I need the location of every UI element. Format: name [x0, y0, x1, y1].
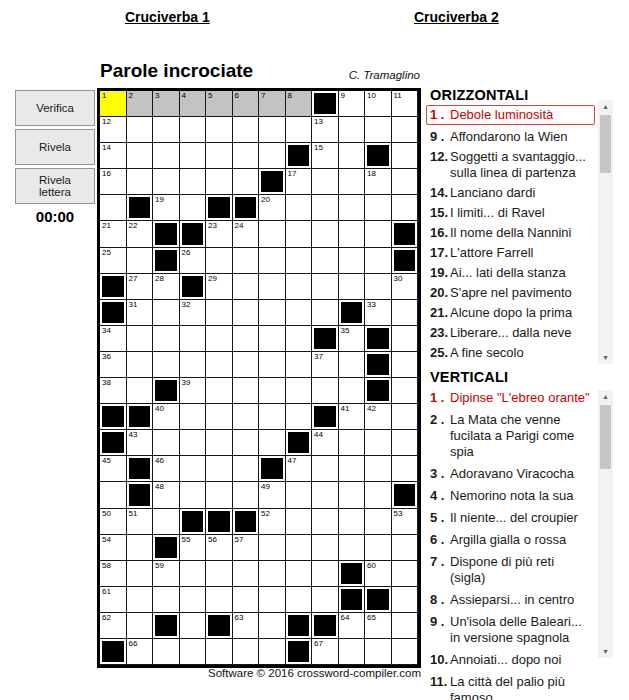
grid-cell[interactable] — [259, 587, 286, 613]
grid-cell[interactable] — [127, 587, 154, 613]
grid-cell[interactable] — [259, 404, 286, 430]
grid-cell[interactable]: 19 — [153, 195, 180, 221]
grid-cell[interactable] — [180, 143, 207, 169]
grid-cell[interactable] — [286, 482, 313, 508]
grid-cell[interactable] — [127, 352, 154, 378]
grid-cell[interactable]: 59 — [153, 561, 180, 587]
grid-cell[interactable] — [259, 143, 286, 169]
grid-cell[interactable] — [312, 378, 339, 404]
scroll-down-icon[interactable]: ▼ — [602, 645, 609, 658]
grid-cell[interactable] — [233, 117, 260, 143]
grid-cell[interactable] — [365, 430, 392, 456]
grid-cell[interactable] — [365, 117, 392, 143]
grid-cell[interactable]: 30 — [392, 274, 419, 300]
grid-cell[interactable]: 62 — [100, 613, 127, 639]
grid-cell[interactable]: 31 — [127, 300, 154, 326]
grid-cell[interactable]: 8 — [286, 91, 313, 117]
link-cruciverba-1[interactable]: Cruciverba 1 — [125, 9, 210, 25]
grid-cell[interactable]: 18 — [365, 169, 392, 195]
clue-text: L'attore Farrell — [450, 245, 592, 261]
grid-cell[interactable] — [286, 221, 313, 247]
grid-cell[interactable]: 11 — [392, 91, 419, 117]
grid-cell[interactable] — [339, 248, 366, 274]
grid-cell[interactable]: 41 — [339, 404, 366, 430]
grid-cell[interactable] — [233, 169, 260, 195]
grid-cell[interactable]: 29 — [206, 274, 233, 300]
grid-cell[interactable] — [339, 143, 366, 169]
grid-cell[interactable]: 56 — [206, 535, 233, 561]
across-scrollbar[interactable]: ▲ ▼ — [598, 100, 613, 364]
grid-cell[interactable]: 50 — [100, 509, 127, 535]
grid-cell[interactable] — [233, 274, 260, 300]
grid-cell[interactable] — [259, 613, 286, 639]
grid-cell[interactable] — [180, 352, 207, 378]
grid-cell[interactable] — [233, 326, 260, 352]
grid-cell[interactable]: 65 — [365, 613, 392, 639]
grid-cell[interactable] — [339, 352, 366, 378]
grid-cell[interactable] — [233, 639, 260, 665]
cell-number: 16 — [102, 169, 111, 179]
grid-cell[interactable]: 21 — [100, 221, 127, 247]
grid-cell[interactable] — [365, 248, 392, 274]
grid-cell[interactable]: 32 — [180, 300, 207, 326]
grid-cell[interactable]: 9 — [339, 91, 366, 117]
grid-cell[interactable] — [180, 404, 207, 430]
grid-cell[interactable]: 28 — [153, 274, 180, 300]
grid-cell[interactable] — [365, 221, 392, 247]
cell-number: 46 — [155, 456, 164, 466]
grid-cell[interactable] — [180, 456, 207, 482]
grid-cell[interactable] — [259, 117, 286, 143]
black-cell — [286, 143, 313, 169]
grid-cell[interactable] — [392, 639, 419, 665]
grid-cell[interactable]: 54 — [100, 535, 127, 561]
grid-cell[interactable] — [286, 248, 313, 274]
clue-item[interactable]: 12.Soggetti a svantaggio... sulla linea … — [430, 149, 592, 181]
grid-cell[interactable] — [286, 535, 313, 561]
cell-number: 50 — [102, 509, 111, 519]
grid-cell[interactable] — [206, 248, 233, 274]
grid-cell[interactable]: 60 — [365, 561, 392, 587]
clue-number: 4 . — [430, 488, 450, 504]
grid-cell[interactable] — [153, 430, 180, 456]
grid-cell[interactable]: 5 — [206, 91, 233, 117]
grid-cell[interactable] — [233, 404, 260, 430]
grid-cell[interactable] — [233, 430, 260, 456]
grid-cell[interactable] — [100, 195, 127, 221]
clue-item[interactable]: 14.Lanciano dardi — [430, 185, 592, 201]
grid-cell[interactable]: 3 — [153, 91, 180, 117]
grid-cell[interactable]: 51 — [127, 509, 154, 535]
grid-cell[interactable] — [206, 169, 233, 195]
grid-cell[interactable] — [312, 300, 339, 326]
grid-cell[interactable] — [127, 143, 154, 169]
clue-item[interactable]: 20.S'apre nel pavimento — [430, 285, 592, 301]
grid-cell[interactable] — [286, 274, 313, 300]
clue-item[interactable]: 15.I limiti... di Ravel — [430, 205, 592, 221]
grid-cell[interactable] — [206, 143, 233, 169]
grid-cell[interactable]: 23 — [206, 221, 233, 247]
grid-cell[interactable] — [180, 639, 207, 665]
clue-item[interactable]: 10.Annoiati... dopo noi — [430, 652, 592, 668]
clue-number: 21. — [430, 305, 450, 321]
scrollbar-thumb[interactable] — [600, 115, 611, 173]
clue-number: 3 . — [430, 466, 450, 482]
clue-text: Il niente... del croupier — [450, 510, 592, 526]
grid-cell[interactable] — [339, 535, 366, 561]
grid-cell[interactable] — [339, 482, 366, 508]
grid-cell[interactable]: 40 — [153, 404, 180, 430]
clue-item[interactable]: 9 .Un'isola delle Baleari... in versione… — [430, 614, 592, 646]
grid-cell[interactable] — [339, 430, 366, 456]
grid-cell[interactable] — [392, 404, 419, 430]
timer: 00:00 — [15, 208, 95, 225]
clue-item[interactable]: 3 .Adoravano Viracocha — [430, 466, 592, 482]
grid-cell[interactable] — [153, 169, 180, 195]
link-cruciverba-2[interactable]: Cruciverba 2 — [414, 9, 499, 25]
grid-cell[interactable] — [259, 221, 286, 247]
grid-cell[interactable]: 2 — [127, 91, 154, 117]
black-cell — [339, 561, 366, 587]
grid-cell[interactable]: 24 — [233, 221, 260, 247]
grid-cell[interactable] — [180, 430, 207, 456]
grid-cell[interactable] — [339, 456, 366, 482]
black-cell — [392, 248, 419, 274]
grid-cell[interactable] — [286, 117, 313, 143]
grid-cell[interactable] — [312, 169, 339, 195]
grid-cell[interactable] — [286, 378, 313, 404]
grid-cell[interactable] — [286, 300, 313, 326]
grid-cell[interactable] — [206, 456, 233, 482]
black-cell — [286, 613, 313, 639]
black-cell — [100, 430, 127, 456]
grid-cell[interactable]: 25 — [100, 248, 127, 274]
grid-cell[interactable] — [365, 456, 392, 482]
grid-cell[interactable] — [365, 535, 392, 561]
grid-cell[interactable]: 49 — [259, 482, 286, 508]
grid-cell[interactable] — [286, 352, 313, 378]
grid-cell[interactable] — [312, 248, 339, 274]
grid-cell[interactable] — [392, 561, 419, 587]
clue-text: Ai... lati della stanza — [450, 265, 592, 281]
grid-cell[interactable]: 10 — [365, 91, 392, 117]
grid-cell[interactable]: 12 — [100, 117, 127, 143]
grid-cell[interactable] — [392, 195, 419, 221]
cell-number: 13 — [314, 117, 323, 127]
grid-cell[interactable]: 63 — [233, 613, 260, 639]
grid-cell[interactable] — [206, 482, 233, 508]
grid-cell[interactable] — [153, 326, 180, 352]
grid-cell[interactable] — [365, 482, 392, 508]
grid-cell[interactable] — [127, 378, 154, 404]
clue-item[interactable]: 5 .Il niente... del croupier — [430, 510, 592, 526]
grid-cell[interactable] — [286, 404, 313, 430]
grid-cell[interactable]: 57 — [233, 535, 260, 561]
grid-cell[interactable] — [206, 404, 233, 430]
grid-cell[interactable] — [312, 274, 339, 300]
grid-cell[interactable] — [312, 221, 339, 247]
black-cell — [206, 509, 233, 535]
grid-cell[interactable] — [392, 587, 419, 613]
grid-cell[interactable] — [392, 117, 419, 143]
grid-cell[interactable] — [153, 143, 180, 169]
grid-cell[interactable] — [233, 587, 260, 613]
scroll-up-icon[interactable]: ▲ — [602, 390, 609, 403]
grid-cell[interactable] — [180, 195, 207, 221]
grid-cell[interactable]: 38 — [100, 378, 127, 404]
scroll-up-icon[interactable]: ▲ — [602, 100, 609, 113]
grid-cell[interactable] — [233, 300, 260, 326]
grid-cell[interactable] — [233, 378, 260, 404]
scrollbar-thumb[interactable] — [600, 405, 611, 469]
grid-cell[interactable] — [286, 587, 313, 613]
grid-cell[interactable] — [206, 561, 233, 587]
reveal-letter-button[interactable]: Rivela lettera — [15, 168, 95, 204]
grid-cell[interactable] — [339, 509, 366, 535]
black-cell — [365, 378, 392, 404]
grid-cell[interactable] — [312, 195, 339, 221]
clue-number: 10. — [430, 652, 450, 668]
black-cell — [286, 430, 313, 456]
cell-number: 67 — [314, 639, 323, 649]
grid-cell[interactable] — [180, 169, 207, 195]
grid-cell[interactable] — [153, 587, 180, 613]
grid-cell[interactable]: 34 — [100, 326, 127, 352]
grid-cell[interactable] — [392, 326, 419, 352]
grid-cell[interactable] — [312, 482, 339, 508]
grid-cell[interactable] — [153, 509, 180, 535]
grid-cell[interactable] — [339, 169, 366, 195]
grid-cell[interactable] — [206, 117, 233, 143]
grid-cell[interactable] — [206, 352, 233, 378]
grid-cell[interactable] — [392, 456, 419, 482]
clue-text: Dispone di più reti (sigla) — [450, 554, 592, 586]
grid-cell[interactable] — [153, 117, 180, 143]
clue-item[interactable]: 1 .Debole luminosità — [426, 105, 595, 125]
grid-cell[interactable] — [259, 430, 286, 456]
grid-cell[interactable] — [233, 248, 260, 274]
grid-cell[interactable] — [259, 300, 286, 326]
grid-cell[interactable] — [180, 117, 207, 143]
clue-number: 16. — [430, 225, 450, 241]
grid-cell[interactable]: 4 — [180, 91, 207, 117]
grid-cell[interactable] — [259, 352, 286, 378]
clue-item[interactable]: 8 .Assieparsi... in centro — [430, 592, 592, 608]
grid-cell[interactable]: 42 — [365, 404, 392, 430]
verify-button[interactable]: Verifica — [15, 90, 95, 126]
clue-text: La città del palio più famoso — [450, 674, 592, 700]
grid-cell[interactable] — [259, 535, 286, 561]
grid-cell[interactable]: 36 — [100, 352, 127, 378]
clue-text: S'apre nel pavimento — [450, 285, 592, 301]
grid-cell[interactable] — [233, 482, 260, 508]
grid-cell[interactable]: 6 — [233, 91, 260, 117]
clue-item[interactable]: 21.Alcune dopo la prima — [430, 305, 592, 321]
grid-cell[interactable] — [127, 117, 154, 143]
grid-cell[interactable]: 15 — [312, 143, 339, 169]
grid-cell[interactable] — [153, 352, 180, 378]
grid-cell[interactable] — [206, 430, 233, 456]
grid-cell[interactable] — [286, 509, 313, 535]
cell-number: 35 — [341, 326, 350, 336]
grid-cell[interactable] — [180, 326, 207, 352]
grid-cell[interactable] — [365, 509, 392, 535]
down-scrollbar[interactable]: ▲ ▼ — [598, 390, 613, 658]
cell-number: 22 — [129, 221, 138, 231]
clue-number: 9 . — [430, 614, 450, 646]
grid-cell[interactable] — [233, 456, 260, 482]
clue-item[interactable]: 11.La città del palio più famoso — [430, 674, 592, 700]
clue-item[interactable]: 17.L'attore Farrell — [430, 245, 592, 261]
grid-cell[interactable]: 37 — [312, 352, 339, 378]
grid-cell[interactable] — [339, 378, 366, 404]
reveal-button[interactable]: Rivela — [15, 129, 95, 165]
cell-number: 19 — [155, 195, 164, 205]
grid-cell[interactable]: 48 — [153, 482, 180, 508]
grid-cell[interactable] — [339, 639, 366, 665]
grid-cell[interactable]: 67 — [312, 639, 339, 665]
clue-item[interactable]: 9 .Affondarono la Wien — [430, 129, 592, 145]
grid-cell[interactable] — [153, 300, 180, 326]
grid-cell[interactable] — [339, 221, 366, 247]
grid-cell[interactable]: 33 — [365, 300, 392, 326]
grid-cell[interactable]: 43 — [127, 430, 154, 456]
grid-cell[interactable] — [312, 561, 339, 587]
grid-cell[interactable]: 14 — [100, 143, 127, 169]
grid-cell[interactable] — [180, 613, 207, 639]
grid-cell[interactable] — [180, 482, 207, 508]
clue-item[interactable]: 19.Ai... lati della stanza — [430, 265, 592, 281]
grid-cell[interactable] — [392, 378, 419, 404]
black-cell — [312, 91, 339, 117]
grid-cell[interactable] — [392, 143, 419, 169]
grid-cell[interactable] — [259, 326, 286, 352]
cell-number: 59 — [155, 561, 164, 571]
grid-cell[interactable]: 53 — [392, 509, 419, 535]
grid-cell[interactable] — [206, 587, 233, 613]
grid-cell[interactable] — [153, 639, 180, 665]
clue-item[interactable]: 4 .Nemorino nota la sua — [430, 488, 592, 504]
grid-cell[interactable] — [127, 248, 154, 274]
grid-cell[interactable] — [206, 300, 233, 326]
cell-number: 42 — [367, 404, 376, 414]
grid-cell[interactable] — [286, 195, 313, 221]
cell-number: 30 — [394, 274, 403, 284]
grid-cell[interactable] — [259, 378, 286, 404]
grid-cell[interactable] — [206, 639, 233, 665]
grid-cell[interactable] — [312, 456, 339, 482]
grid-cell[interactable]: 13 — [312, 117, 339, 143]
grid-cell[interactable] — [127, 613, 154, 639]
grid-cell[interactable]: 52 — [259, 509, 286, 535]
grid-cell[interactable] — [127, 561, 154, 587]
grid-cell[interactable]: 66 — [127, 639, 154, 665]
grid-cell[interactable]: 64 — [339, 613, 366, 639]
grid-cell[interactable]: 20 — [259, 195, 286, 221]
clue-item[interactable]: 1 .Dipinse "L'ebreo orante" — [430, 390, 592, 406]
grid-cell[interactable]: 17 — [286, 169, 313, 195]
grid-cell[interactable] — [312, 535, 339, 561]
black-cell — [365, 587, 392, 613]
grid-cell[interactable]: 58 — [100, 561, 127, 587]
cell-number: 60 — [367, 561, 376, 571]
grid-cell[interactable] — [392, 300, 419, 326]
grid-cell[interactable]: 35 — [339, 326, 366, 352]
grid-cell[interactable] — [206, 378, 233, 404]
grid-cell[interactable] — [286, 326, 313, 352]
grid-cell[interactable]: 55 — [180, 535, 207, 561]
grid-cell[interactable] — [259, 248, 286, 274]
clue-item[interactable]: 2 .La Mata che venne fucilata a Parigi c… — [430, 412, 592, 460]
grid-cell[interactable]: 46 — [153, 456, 180, 482]
grid-cell[interactable] — [233, 352, 260, 378]
scroll-down-icon[interactable]: ▼ — [602, 351, 609, 364]
clue-item[interactable]: 16.Il nome della Nannini — [430, 225, 592, 241]
grid-cell[interactable] — [392, 430, 419, 456]
grid-cell[interactable] — [259, 274, 286, 300]
grid-cell[interactable] — [233, 143, 260, 169]
cell-number: 5 — [208, 91, 212, 101]
grid-cell[interactable] — [339, 195, 366, 221]
grid-cell[interactable]: 7 — [259, 91, 286, 117]
clue-item[interactable]: 23.Liberare... dalla neve — [430, 325, 592, 341]
grid-cell[interactable] — [259, 639, 286, 665]
grid-cell[interactable]: 27 — [127, 274, 154, 300]
grid-cell[interactable] — [127, 169, 154, 195]
crossword-grid[interactable]: 1234567891011121314151617181920212223242… — [97, 88, 421, 668]
grid-cell[interactable]: 61 — [100, 587, 127, 613]
grid-cell[interactable]: 44 — [312, 430, 339, 456]
grid-cell[interactable]: 26 — [180, 248, 207, 274]
grid-cell[interactable] — [365, 195, 392, 221]
grid-cell[interactable] — [180, 587, 207, 613]
grid-cell[interactable]: 45 — [100, 456, 127, 482]
clue-text: I limiti... di Ravel — [450, 205, 592, 221]
grid-cell[interactable] — [100, 482, 127, 508]
grid-cell[interactable]: 1 — [100, 91, 127, 117]
grid-cell[interactable] — [312, 587, 339, 613]
grid-cell[interactable] — [233, 561, 260, 587]
grid-cell[interactable] — [365, 274, 392, 300]
grid-cell[interactable]: 47 — [286, 456, 313, 482]
grid-cell[interactable]: 22 — [127, 221, 154, 247]
cell-number: 10 — [367, 91, 376, 101]
grid-cell[interactable]: 16 — [100, 169, 127, 195]
grid-cell[interactable] — [286, 561, 313, 587]
grid-cell[interactable] — [180, 561, 207, 587]
grid-cell[interactable]: 39 — [180, 378, 207, 404]
clue-item[interactable]: 25.A fine secolo — [430, 345, 592, 361]
grid-cell[interactable] — [259, 561, 286, 587]
grid-cell[interactable] — [127, 326, 154, 352]
grid-cell[interactable] — [206, 326, 233, 352]
black-cell — [153, 248, 180, 274]
clue-item[interactable]: 7 .Dispone di più reti (sigla) — [430, 554, 592, 586]
clue-text: Argilla gialla o rossa — [450, 532, 592, 548]
grid-cell[interactable] — [392, 169, 419, 195]
grid-cell[interactable] — [312, 509, 339, 535]
grid-cell[interactable] — [339, 274, 366, 300]
grid-cell[interactable] — [392, 535, 419, 561]
grid-cell[interactable] — [365, 639, 392, 665]
clue-item[interactable]: 6 .Argilla gialla o rossa — [430, 532, 592, 548]
grid-cell[interactable] — [392, 613, 419, 639]
grid-cell[interactable] — [339, 117, 366, 143]
clue-text: Lanciano dardi — [450, 185, 592, 201]
grid-cell[interactable] — [127, 535, 154, 561]
grid-cell[interactable] — [392, 352, 419, 378]
black-cell — [339, 587, 366, 613]
